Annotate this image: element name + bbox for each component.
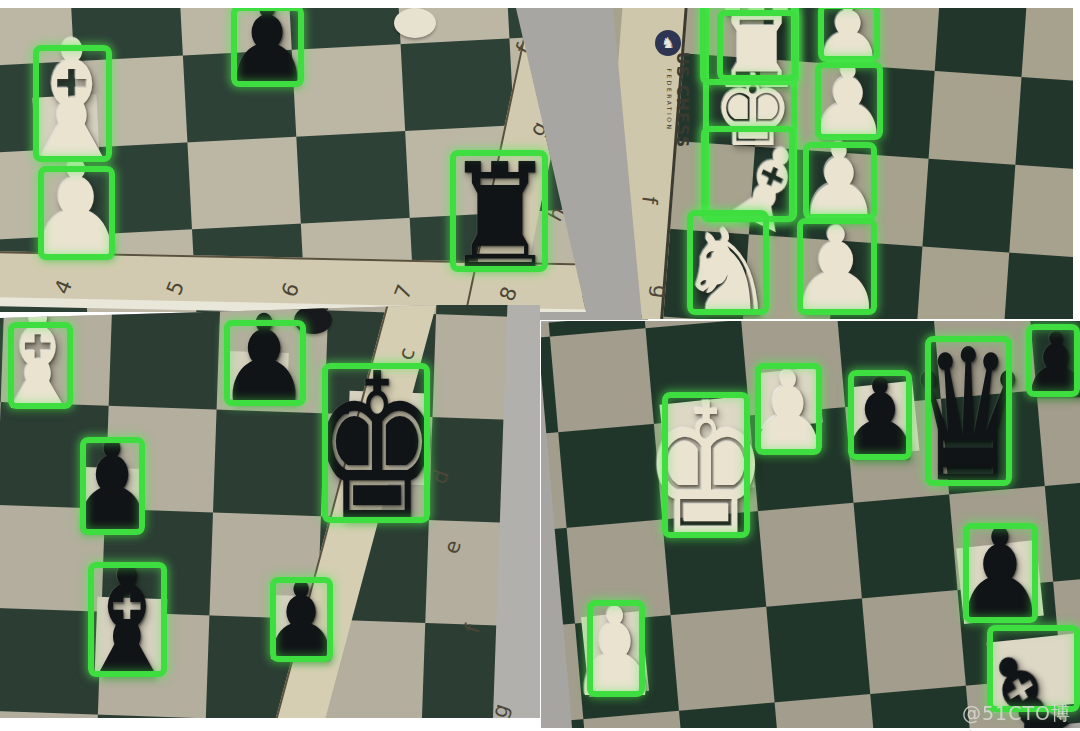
us-chess-federation-text: US CHESS FEDERATION	[666, 45, 690, 155]
detection-bounding-box	[587, 600, 645, 697]
detection-bounding-box	[687, 210, 769, 315]
detection-bounding-box	[1026, 324, 1080, 397]
detection-bounding-box	[848, 370, 912, 460]
us-chess-label: US CHESS	[673, 45, 690, 155]
detection-bounding-box	[80, 437, 145, 535]
watermark: @51CTO博客	[962, 701, 1080, 731]
detection-bounding-box	[322, 363, 430, 523]
detection-bounding-box	[963, 523, 1038, 623]
detection-bounding-box	[987, 625, 1080, 712]
detection-bounding-box	[925, 336, 1012, 486]
detection-bounding-box	[717, 10, 798, 81]
detection-bounding-box	[450, 150, 548, 272]
detection-bounding-box	[224, 320, 306, 406]
coordinate-label: g	[649, 284, 671, 300]
detection-bounding-box	[231, 5, 304, 87]
detection-bounding-box	[818, 3, 880, 62]
detection-bounding-box	[8, 322, 73, 409]
detection-bounding-box	[662, 392, 750, 538]
detection-bounding-box	[88, 562, 167, 677]
detection-bounding-box	[701, 126, 795, 222]
detection-bounding-box	[270, 577, 333, 662]
detection-bounding-box	[33, 45, 112, 162]
detection-bounding-box	[38, 166, 115, 260]
detection-bounding-box	[815, 62, 883, 140]
mosaic-canvas: 45678fgh♝♟♟♜ ♞ US CHESS FEDERATION fg♜♚♝…	[0, 0, 1080, 731]
detection-bounding-box	[797, 218, 877, 315]
detection-bounding-box	[803, 142, 877, 220]
cut-piece-top	[394, 8, 436, 38]
detection-bounding-box	[755, 363, 822, 455]
